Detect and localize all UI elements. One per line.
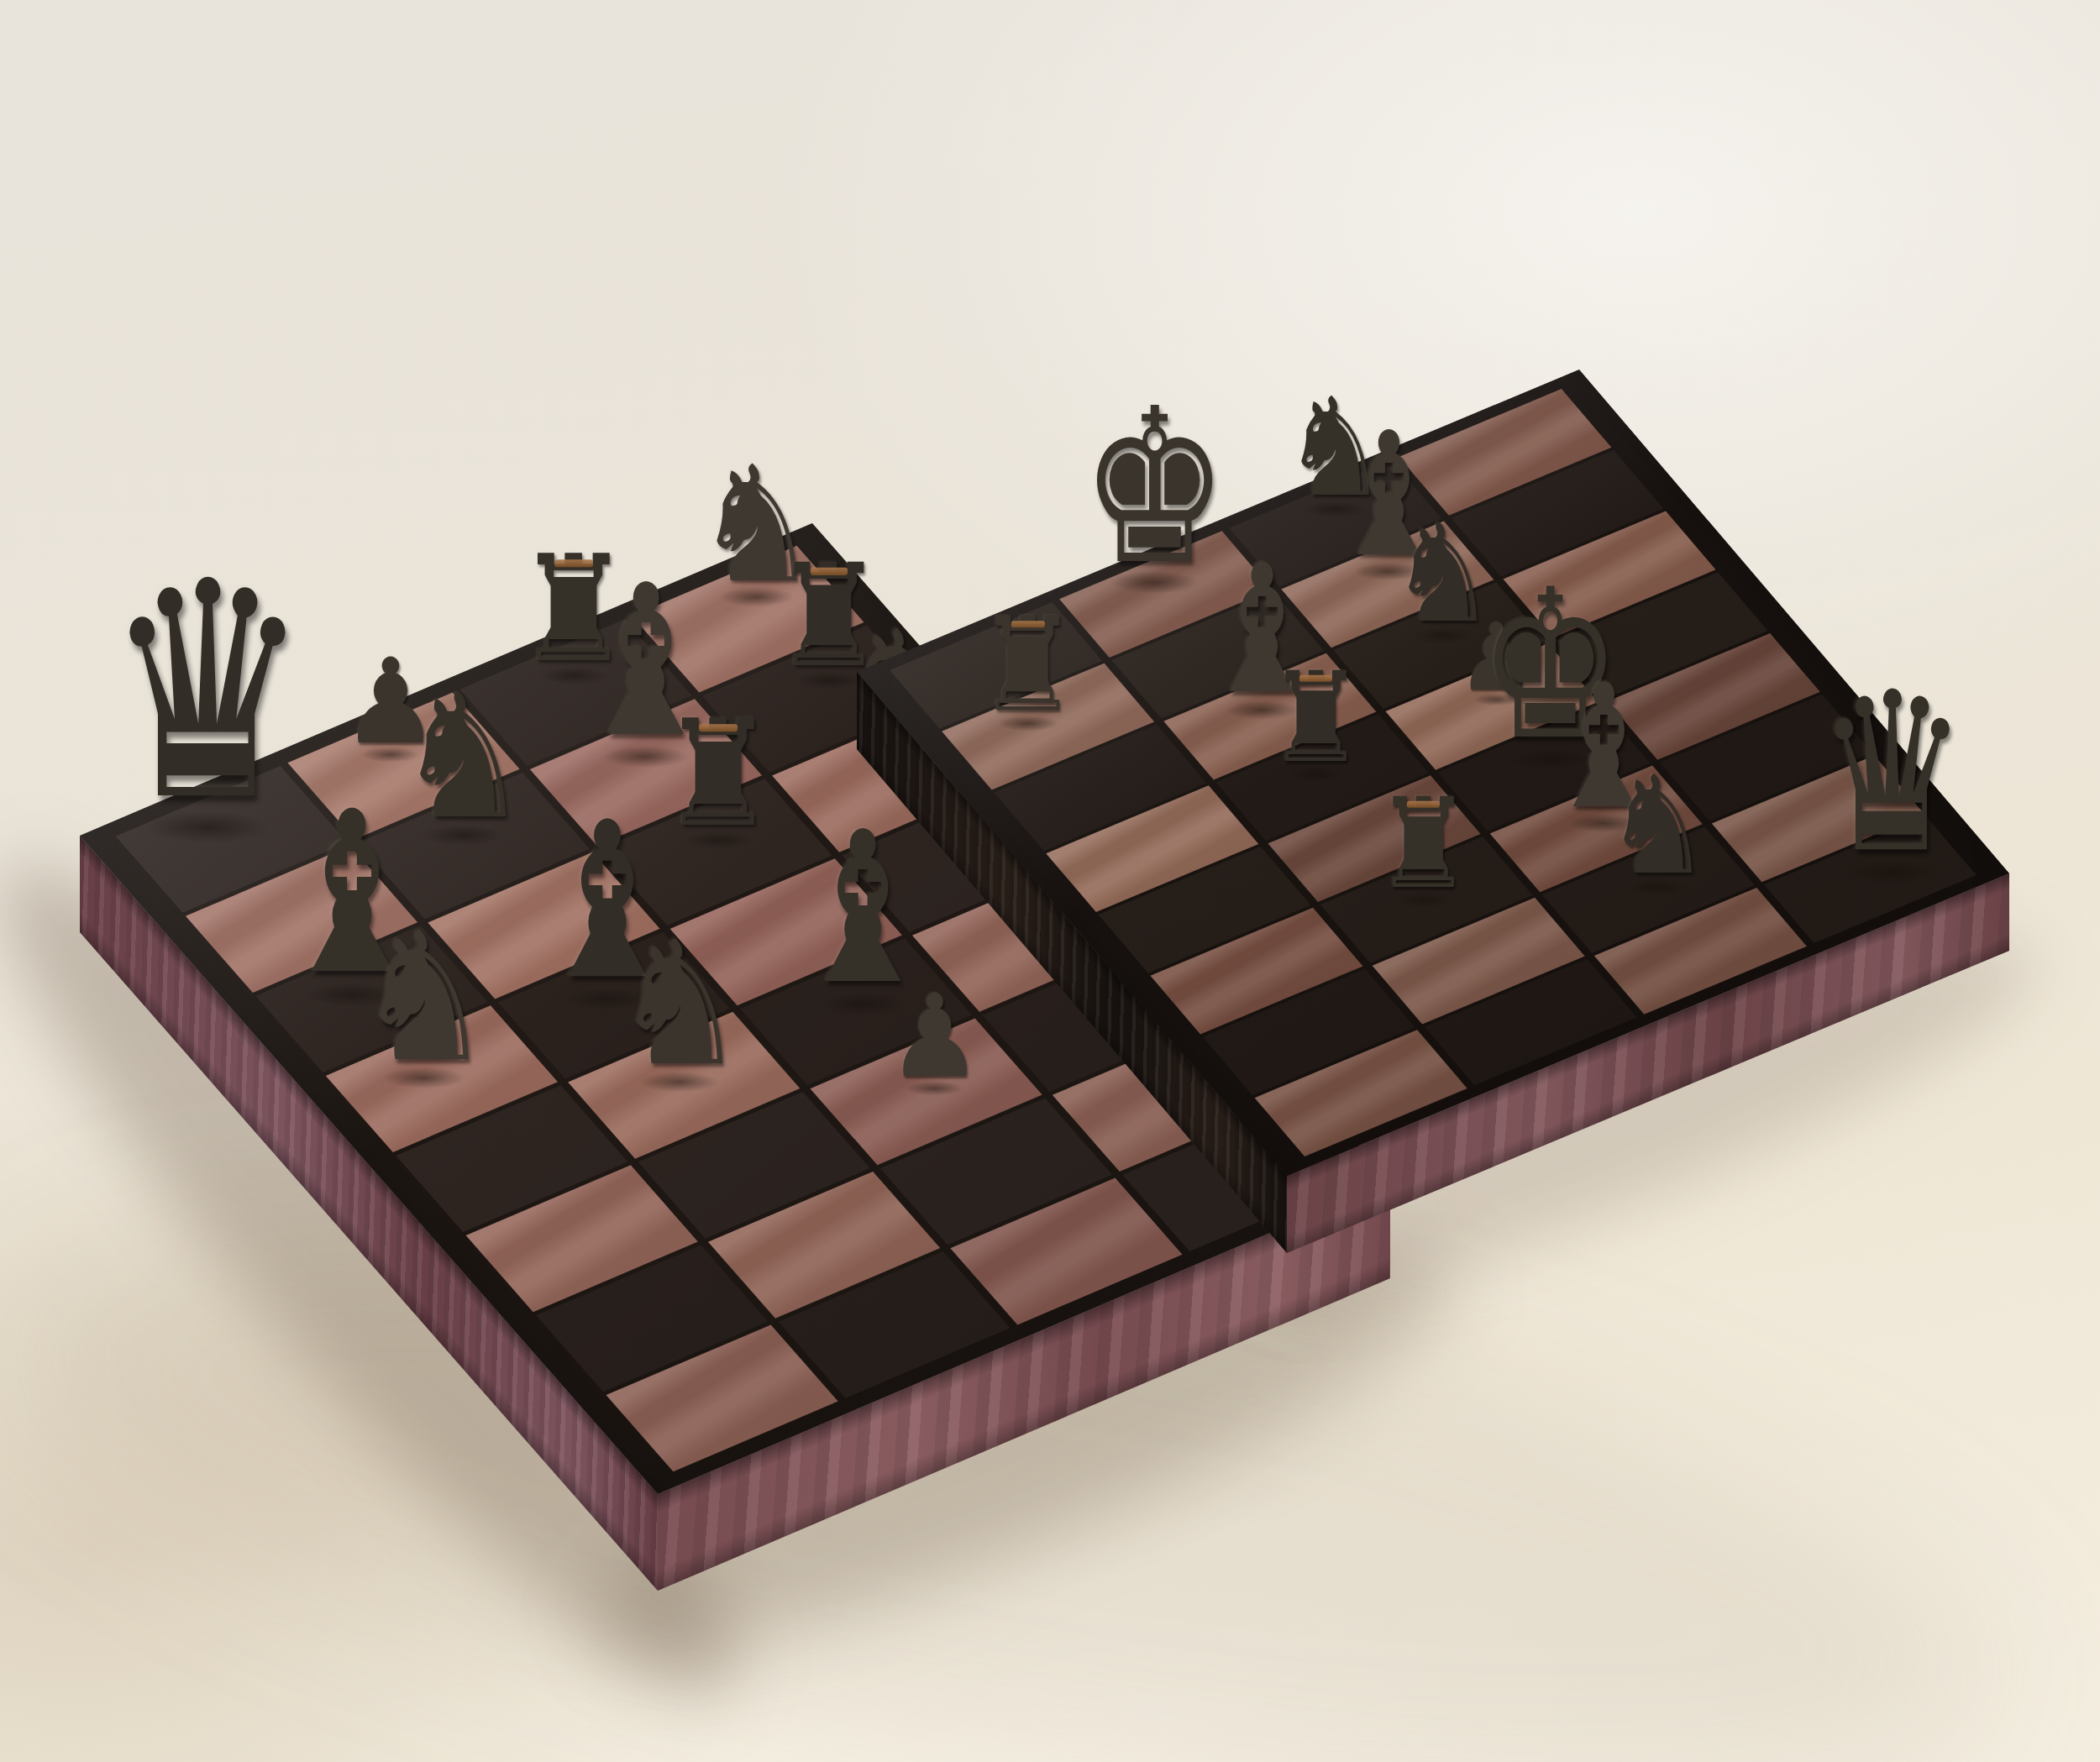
chessboard-right-half: ♜♚♝♜♜♞♝♞♟♚♝♞♛ <box>0 0 2100 1762</box>
checker-grid <box>890 389 1977 1156</box>
photo-scene: ♛♝♞♟♞♝♞♜♝♜♝♟♞♜♞♟♜♝♜ ♜♚♝♜♜♞♝♞♟♚♝♞♛ <box>0 0 2100 1762</box>
board-top-surface <box>857 370 2009 1176</box>
